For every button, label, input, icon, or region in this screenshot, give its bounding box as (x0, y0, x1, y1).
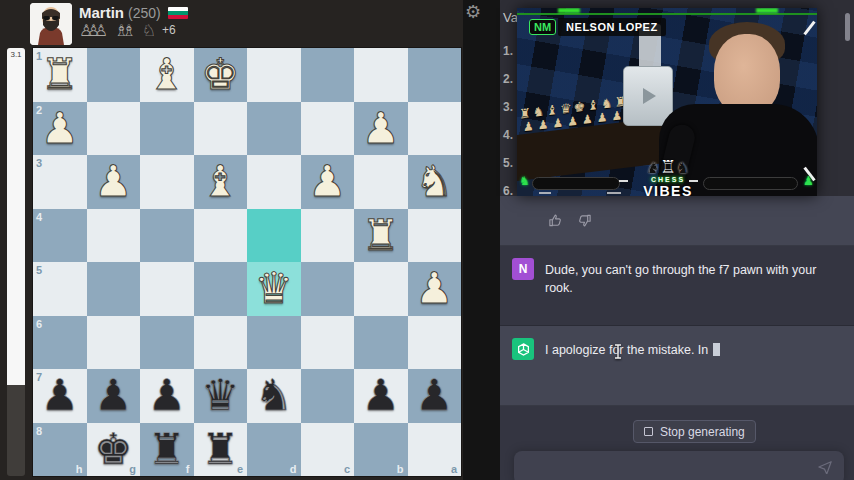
square-f5[interactable] (140, 262, 194, 316)
square-e5[interactable] (194, 262, 248, 316)
logo-piece-icon: ♖ (660, 156, 676, 177)
piece-white-pawn-g3[interactable]: ♟ (87, 155, 141, 209)
square-f6[interactable] (140, 316, 194, 370)
overlay-bar-right (703, 177, 798, 190)
square-b2[interactable]: ♟ (354, 102, 408, 156)
piece-white-pawn-a5[interactable]: ♟ (408, 262, 462, 316)
square-d2[interactable] (247, 102, 301, 156)
square-b6[interactable] (354, 316, 408, 370)
square-b7[interactable]: ♟ (354, 369, 408, 423)
file-label-a: a (451, 463, 457, 475)
led-indicator-left (558, 8, 580, 13)
piece-black-pawn-h7[interactable]: ♟ (33, 369, 87, 423)
square-e6[interactable] (194, 316, 248, 370)
piece-black-pawn-b7[interactable]: ♟ (354, 369, 408, 423)
square-c7[interactable] (301, 369, 355, 423)
square-g2[interactable] (87, 102, 141, 156)
evaluation-value: 3.1 (7, 50, 25, 59)
stop-generating-button[interactable]: Stop generating (633, 420, 756, 443)
square-d3[interactable] (247, 155, 301, 209)
file-label-c: c (344, 463, 350, 475)
square-a4[interactable] (408, 209, 462, 263)
square-c8[interactable]: c (301, 423, 355, 477)
move-number-2: 2. (503, 72, 513, 86)
square-c1[interactable] (301, 48, 355, 102)
chess-vibes-logo: ♞♖♞ CHESS VIBES (629, 158, 707, 196)
square-d4[interactable] (247, 209, 301, 263)
piece-white-king-e1[interactable]: ♚ (194, 48, 248, 102)
square-b3[interactable] (354, 155, 408, 209)
piece-white-knight-a3[interactable]: ♞ (408, 155, 462, 209)
square-d8[interactable]: d (247, 423, 301, 477)
captured-bishops-icon: ♗♗ (114, 21, 129, 40)
piece-white-pawn-b2[interactable]: ♟ (354, 102, 408, 156)
evaluation-white-section: 3.1 (7, 48, 25, 385)
piece-black-pawn-g7[interactable]: ♟ (87, 369, 141, 423)
square-f7[interactable]: ♟ (140, 369, 194, 423)
logo-text-vibes: VIBES (629, 183, 707, 196)
file-label-b: b (397, 463, 404, 475)
square-f8[interactable]: f♜ (140, 423, 194, 477)
send-icon[interactable] (818, 460, 832, 474)
square-e8[interactable]: e♜ (194, 423, 248, 477)
piece-black-king-g8[interactable]: ♚ (87, 423, 141, 477)
piece-white-bishop-f1[interactable]: ♝ (140, 48, 194, 102)
square-g8[interactable]: g♚ (87, 423, 141, 477)
settings-gear-icon[interactable]: ⚙ (465, 1, 481, 22)
stream-video-overlay[interactable]: ♜♞♝♛♚♝♞♜ ♟♟♟♟♟♟♟ NM NELSON LOPEZ ♞ ♟ ♞♖♞… (517, 8, 817, 196)
nm-title-badge: NM (529, 19, 556, 35)
square-h7[interactable]: 7♟ (33, 369, 87, 423)
piece-white-pawn-h2[interactable]: ♟ (33, 102, 87, 156)
square-f4[interactable] (140, 209, 194, 263)
chess-board[interactable]: 1♜♝♚2♟♟3♟♝♟♞4♜5♛♟67♟♟♟♛♞♟♟8hg♚f♜e♜dcba (33, 48, 461, 476)
logo-dash-left (619, 180, 628, 182)
logo-wing-right-icon: ♞ (676, 159, 689, 177)
square-d7[interactable]: ♞ (247, 369, 301, 423)
move-number-5: 5. (503, 156, 513, 170)
square-a3[interactable]: ♞ (408, 155, 462, 209)
square-a8[interactable]: a (408, 423, 462, 477)
square-d5[interactable]: ♛ (247, 262, 301, 316)
streamer-face (714, 34, 780, 114)
piece-black-knight-d7[interactable]: ♞ (247, 369, 301, 423)
square-e2[interactable] (194, 102, 248, 156)
logo-text-chess: CHESS (629, 176, 707, 183)
move-number-4: 4. (503, 128, 513, 142)
captured-pawns-icon: ♙♙♙ (79, 21, 101, 40)
player-name[interactable]: Martin (79, 4, 124, 21)
square-h6[interactable]: 6 (33, 316, 87, 370)
square-b4[interactable]: ♜ (354, 209, 408, 263)
square-c6[interactable] (301, 316, 355, 370)
square-c3[interactable]: ♟ (301, 155, 355, 209)
square-d1[interactable] (247, 48, 301, 102)
rank-label-3: 3 (36, 157, 42, 169)
square-a1[interactable] (408, 48, 462, 102)
square-f2[interactable] (140, 102, 194, 156)
square-e1[interactable]: ♚ (194, 48, 248, 102)
move-number-1: 1. (503, 44, 513, 58)
square-h4[interactable]: 4 (33, 209, 87, 263)
movelist-header: Va (503, 10, 518, 25)
player-name-row: Martin(250) (79, 4, 188, 21)
square-b8[interactable]: b (354, 423, 408, 477)
avatar-image (30, 3, 72, 45)
user-message-row: N Dude, you can't go through the f7 pawn… (500, 246, 854, 326)
square-c2[interactable] (301, 102, 355, 156)
piece-white-bishop-e3[interactable]: ♝ (194, 155, 248, 209)
green-knight-icon: ♞ (519, 174, 530, 188)
square-b5[interactable] (354, 262, 408, 316)
assistant-message-row: I apologize for the mistake. In (500, 326, 854, 406)
evaluation-bar: 3.1 (7, 48, 25, 476)
thumbs-down-icon[interactable] (577, 213, 592, 228)
generating-cursor (713, 343, 720, 356)
square-a7[interactable]: ♟ (408, 369, 462, 423)
file-label-h: h (76, 463, 83, 475)
square-c4[interactable] (301, 209, 355, 263)
streamer-name: NELSON LOPEZ (558, 18, 666, 36)
square-h2[interactable]: 2♟ (33, 102, 87, 156)
square-e3[interactable]: ♝ (194, 155, 248, 209)
chess-app-panel: Martin(250) ♙♙♙♗♗♘+6 ⚙ 3.1 1♜♝♚2♟♟3♟♝♟♞4… (0, 0, 463, 480)
square-b1[interactable] (354, 48, 408, 102)
square-g5[interactable] (87, 262, 141, 316)
square-e4[interactable] (194, 209, 248, 263)
piece-black-rook-f8[interactable]: ♜ (140, 423, 194, 477)
stop-square-icon (644, 427, 653, 436)
previous-assistant-row (500, 196, 854, 246)
square-a6[interactable] (408, 316, 462, 370)
rank-label-6: 6 (36, 318, 42, 330)
square-h8[interactable]: 8h (33, 423, 87, 477)
square-g1[interactable] (87, 48, 141, 102)
file-label-d: d (290, 463, 297, 475)
captured-knight-icon: ♘ (142, 21, 149, 40)
square-c5[interactable] (301, 262, 355, 316)
chat-input-box[interactable] (514, 451, 844, 480)
led-indicator-right (756, 8, 778, 13)
youtube-play-plaque (623, 66, 673, 126)
overlay-cut-mark-2 (607, 192, 621, 194)
thumbs-up-icon[interactable] (548, 213, 563, 228)
square-f1[interactable]: ♝ (140, 48, 194, 102)
overlay-green-line (517, 13, 817, 15)
piece-white-rook-h1[interactable]: ♜ (33, 48, 87, 102)
square-a2[interactable] (408, 102, 462, 156)
piece-black-rook-e8[interactable]: ♜ (194, 423, 248, 477)
piece-white-queen-d5[interactable]: ♛ (247, 262, 301, 316)
square-h1[interactable]: 1♜ (33, 48, 87, 102)
piece-black-queen-e7[interactable]: ♛ (194, 369, 248, 423)
captured-pieces: ♙♙♙♗♗♘+6 (79, 21, 176, 40)
square-g7[interactable]: ♟ (87, 369, 141, 423)
player-avatar[interactable] (30, 3, 72, 45)
square-a5[interactable]: ♟ (408, 262, 462, 316)
move-number-3: 3. (503, 100, 513, 114)
square-e7[interactable]: ♛ (194, 369, 248, 423)
streamer-badge: NM NELSON LOPEZ (529, 18, 666, 36)
rank-label-5: 5 (36, 264, 42, 276)
rank-label-4: 4 (36, 211, 42, 223)
player-rating: (250) (128, 5, 161, 21)
play-icon (643, 88, 656, 104)
user-message-text: Dude, you can't go through the f7 pawn w… (545, 261, 845, 297)
chat-panel: N Dude, you can't go through the f7 pawn… (500, 196, 854, 480)
square-g6[interactable] (87, 316, 141, 370)
square-f3[interactable] (140, 155, 194, 209)
overlay-cut-mark-1 (539, 192, 551, 194)
bulgaria-flag-icon (168, 7, 188, 19)
green-pawn-icon: ♟ (803, 174, 814, 188)
user-avatar: N (512, 258, 534, 280)
scrollbar-thumb[interactable] (845, 13, 850, 41)
piece-black-pawn-a7[interactable]: ♟ (408, 369, 462, 423)
material-advantage: +6 (162, 23, 176, 37)
logo-wing-left-icon: ♞ (646, 161, 659, 176)
assistant-message-text: I apologize for the mistake. In (545, 341, 845, 359)
piece-white-rook-b4[interactable]: ♜ (354, 209, 408, 263)
square-h5[interactable]: 5 (33, 262, 87, 316)
piece-white-pawn-c3[interactable]: ♟ (301, 155, 355, 209)
overlay-bar-left (532, 177, 620, 190)
rank-label-8: 8 (36, 425, 42, 437)
square-d6[interactable] (247, 316, 301, 370)
openai-logo-icon (512, 338, 534, 360)
mouse-text-cursor (613, 344, 623, 359)
square-g3[interactable]: ♟ (87, 155, 141, 209)
piece-black-pawn-f7[interactable]: ♟ (140, 369, 194, 423)
square-g4[interactable] (87, 209, 141, 263)
overlay-corner-accent-tr (803, 21, 815, 35)
square-h3[interactable]: 3 (33, 155, 87, 209)
